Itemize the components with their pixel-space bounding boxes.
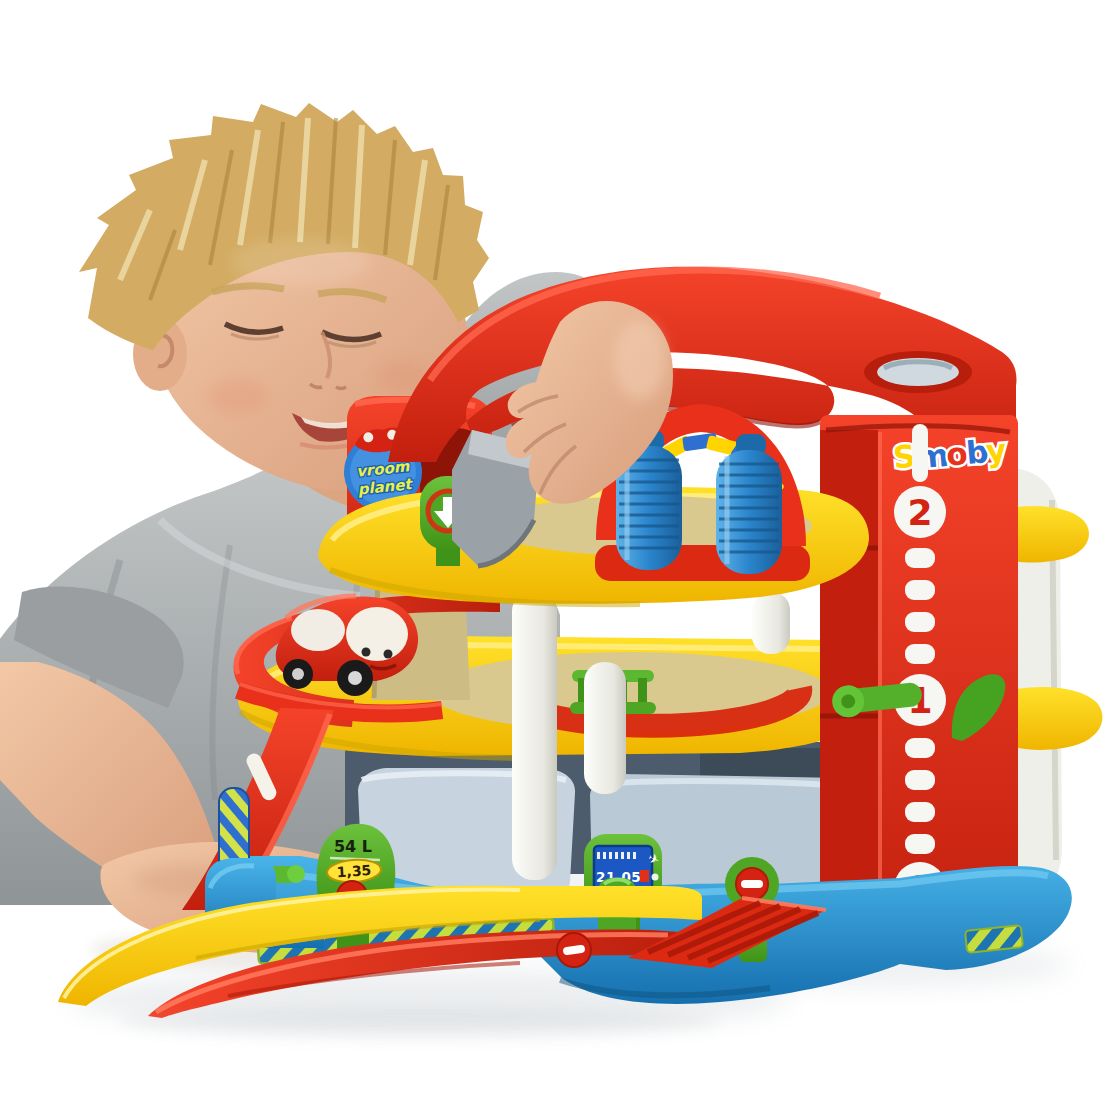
fuel-price-label: 1,35 [336, 862, 372, 880]
toy-car-windshield [346, 607, 408, 661]
elevator-level-2-label: 2 [907, 492, 932, 533]
toy-car-side-window [291, 609, 345, 651]
toy-garage-photo: vroom planet S m o b y 2 1 0 [0, 0, 1114, 1114]
svg-text:y: y [985, 432, 1008, 470]
track-no-entry-marking [557, 933, 591, 967]
photo-stage: vroom planet S m o b y 2 1 0 [0, 0, 1114, 1114]
column-center [584, 662, 626, 794]
hazard-stripes-right [965, 925, 1023, 953]
column-right [752, 592, 790, 654]
meter-red-chip [640, 870, 649, 882]
fuel-volume-label: 54 L [334, 837, 372, 856]
column-front [512, 590, 557, 880]
arch-oval-hole [864, 351, 972, 393]
